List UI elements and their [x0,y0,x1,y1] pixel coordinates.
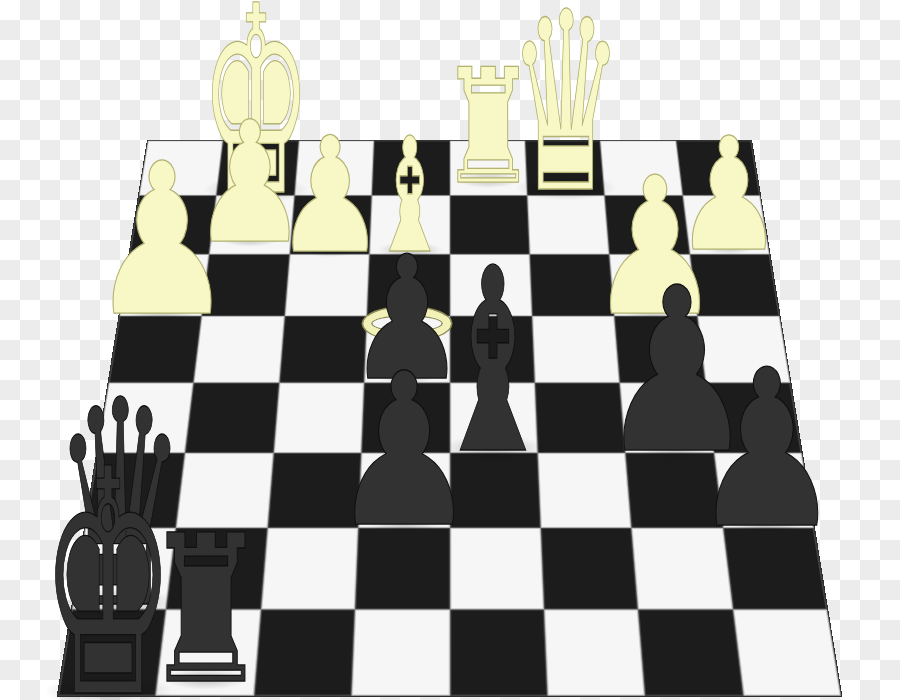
piece-black-pawn-e6[interactable]: ♟ [330,346,478,557]
piece-white-pawn-h3[interactable]: ♟ [88,136,235,346]
square-c7[interactable] [541,528,639,609]
square-a8[interactable] [733,609,841,696]
piece-black-king-h8[interactable]: ♚ [41,429,175,700]
square-e8[interactable] [352,609,450,696]
square-c8[interactable] [544,609,645,696]
square-b8[interactable] [638,609,743,696]
square-g5[interactable] [185,382,279,453]
chess-clipart-scene: ♜♛♚♟♟♝♟♟♟♟♝♟♟♟♛♜♚ [0,0,900,700]
square-f8[interactable] [254,609,355,696]
piece-black-pawn-a6[interactable]: ♟ [691,341,843,559]
square-d8[interactable] [450,609,548,696]
